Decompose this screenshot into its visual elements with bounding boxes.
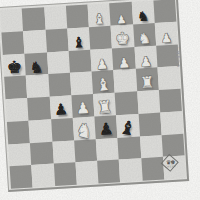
square-f3: ♝: [116, 114, 139, 138]
square-d4: ♟: [71, 94, 94, 118]
square-a3: [7, 120, 30, 144]
square-b8: [22, 7, 45, 31]
white-pawn-d4: ♟: [76, 101, 91, 117]
white-rook-e4: ♜: [96, 98, 113, 116]
square-c1: [53, 162, 76, 186]
white-pawn-g6: ♟: [140, 55, 152, 69]
square-h3: [160, 111, 183, 135]
white-bishop-e8: ♝: [93, 13, 106, 27]
square-f2: [118, 136, 141, 160]
square-d6: [68, 49, 91, 73]
square-b3: [29, 119, 52, 143]
square-b2: [30, 141, 53, 165]
square-f6: ♟: [112, 47, 135, 71]
square-f4: [115, 91, 138, 115]
square-g5: ♜: [135, 68, 158, 92]
square-f8: ♟: [109, 2, 132, 26]
square-g8: ♞: [131, 1, 154, 25]
square-d1: [75, 161, 98, 185]
square-f1: [119, 158, 142, 182]
square-c4: ♟: [49, 95, 72, 119]
square-h5: [157, 66, 180, 90]
square-e1: [97, 160, 120, 184]
square-a7: [1, 31, 24, 55]
white-knight-g7: ♞: [138, 31, 152, 46]
square-a1: [10, 165, 33, 189]
square-h7: ♟: [155, 22, 178, 46]
square-d5: [70, 72, 93, 96]
square-g6: ♟: [134, 45, 157, 69]
square-c6: [47, 51, 70, 75]
chess-photo-scene: ♝♟♞♝♚♞♟♚♞♟♟♟♝♜♟♟♜♞♟♝ CHESS ♛♚ CHESS: [0, 0, 200, 200]
black-bishop-f3: ♝: [118, 117, 138, 138]
black-pawn-e3: ♟: [98, 121, 114, 138]
square-a8: [0, 9, 23, 33]
black-king-a6: ♚: [6, 59, 22, 77]
square-a4: [5, 98, 28, 122]
square-b6: ♞: [25, 52, 48, 76]
white-knight-d3: ♞: [74, 119, 95, 141]
square-a5: [4, 76, 27, 100]
square-f5: [114, 69, 137, 93]
square-c2: [52, 140, 75, 164]
square-b1: [31, 164, 54, 188]
square-e6: ♟: [90, 48, 113, 72]
chess-board: ♝♟♞♝♚♞♟♚♞♟♟♟♝♜♟♟♜♞♟♝ CHESS ♛♚ CHESS: [0, 0, 189, 192]
square-g4: [137, 90, 160, 114]
square-e4: ♜: [93, 93, 116, 117]
black-knight-g8: ♞: [137, 10, 150, 24]
square-d2: [74, 139, 97, 163]
square-b5: [26, 74, 49, 98]
square-g7: ♞: [133, 23, 156, 47]
square-b7: [23, 30, 46, 54]
white-rook-g5: ♜: [140, 75, 155, 91]
square-d3: ♞: [72, 116, 95, 140]
board-corner-logo: ♛♚ CHESS: [159, 152, 182, 177]
square-f7: ♚: [111, 24, 134, 48]
white-pawn-f6: ♟: [118, 56, 130, 70]
square-e3: ♟: [94, 115, 117, 139]
square-a2: [8, 143, 31, 167]
square-b4: [27, 97, 50, 121]
square-d7: ♝: [67, 27, 90, 51]
white-king-f7: ♚: [115, 31, 130, 48]
board-edge-brand-text: CHESS: [175, 46, 181, 69]
white-pawn-e6: ♟: [96, 58, 108, 72]
black-pawn-c4: ♟: [54, 103, 69, 119]
white-pawn-f8: ♟: [116, 14, 126, 25]
square-e7: [89, 26, 112, 50]
square-h8: [153, 0, 176, 23]
square-c8: [44, 6, 67, 30]
square-c7: [45, 28, 68, 52]
square-e8: ♝: [88, 3, 111, 27]
white-bishop-e5: ♝: [95, 76, 112, 94]
square-a6: ♚: [3, 53, 26, 77]
square-g3: [138, 112, 161, 136]
square-c3: [51, 118, 74, 142]
black-bishop-d7: ♝: [72, 35, 86, 50]
white-pawn-h7: ♟: [161, 32, 172, 45]
square-e5: ♝: [92, 70, 115, 94]
board-squares-grid: ♝♟♞♝♚♞♟♚♞♟♟♟♝♜♟♟♜♞♟♝: [0, 0, 186, 189]
black-knight-b6: ♞: [29, 59, 44, 75]
square-c5: [48, 73, 71, 97]
square-e2: [96, 137, 119, 161]
square-d8: [66, 5, 89, 29]
square-h4: [159, 89, 182, 113]
